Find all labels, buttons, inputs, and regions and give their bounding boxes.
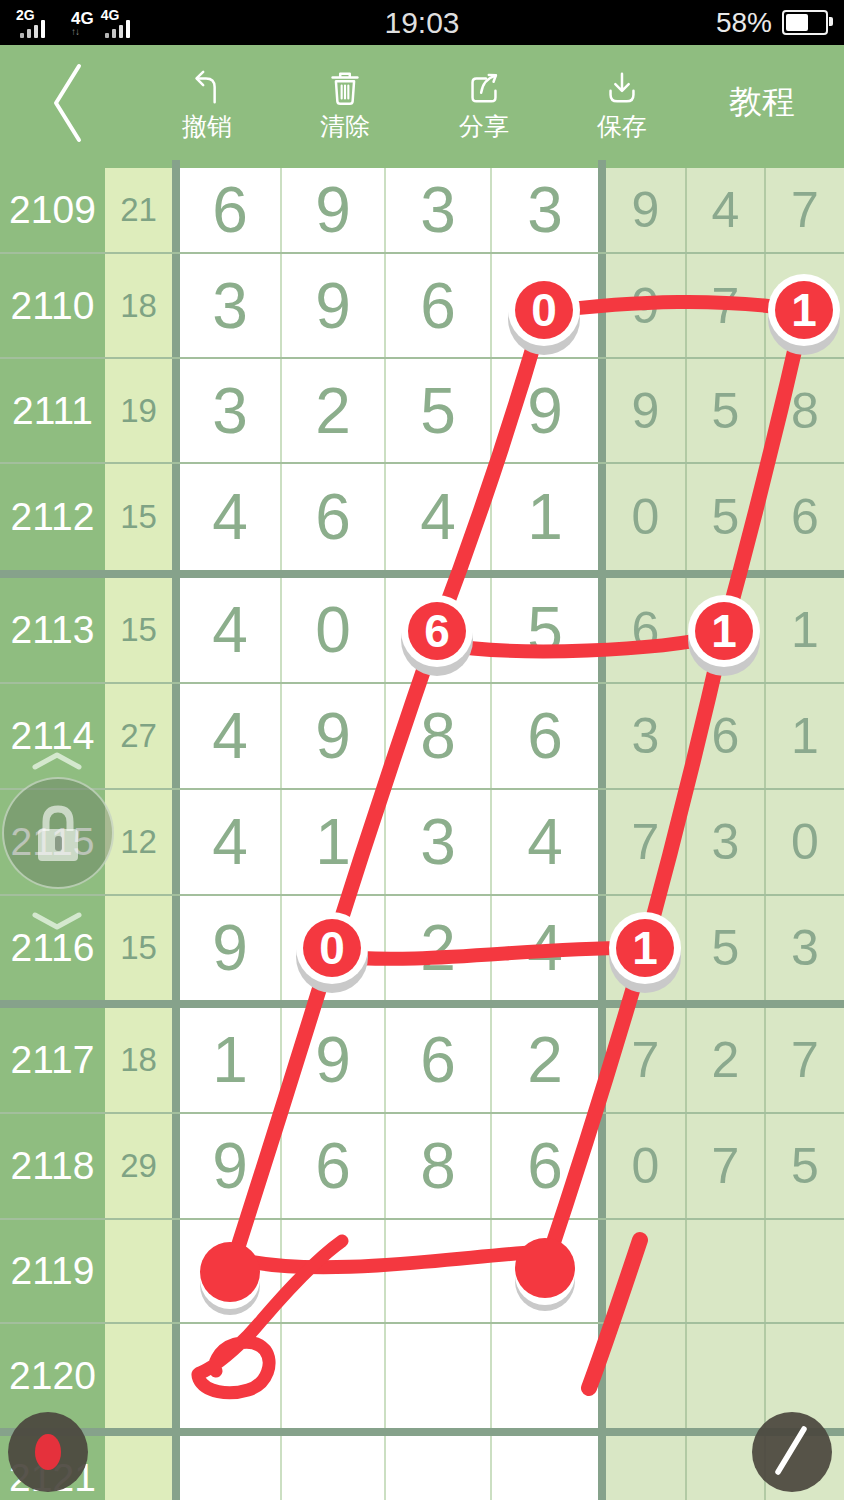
digit-cell[interactable] — [180, 1324, 280, 1428]
period-cell: 2118 — [0, 1114, 105, 1218]
digit-cell[interactable]: 4 — [490, 896, 598, 1000]
tail-digit-cell[interactable]: 9 — [606, 359, 685, 462]
thick-divider — [172, 464, 180, 570]
digit-cell[interactable]: 6 — [384, 1008, 490, 1112]
tail-digit-cell[interactable]: 7 — [685, 1114, 764, 1218]
thick-divider — [172, 1324, 180, 1428]
tail-digit-cell[interactable] — [764, 1220, 844, 1322]
digit-cell[interactable] — [180, 1436, 280, 1500]
tail-digit-cell[interactable]: 3 — [685, 790, 764, 894]
tail-digit-cell[interactable]: 2 — [685, 1008, 764, 1112]
trend-grid: 2109216933947211018396097121111932599582… — [0, 160, 844, 1500]
sum-cell: 15 — [105, 578, 172, 682]
sum-cell: 27 — [105, 684, 172, 788]
thick-divider — [172, 896, 180, 1000]
digit-cell[interactable] — [280, 1220, 384, 1322]
period-cell: 2119 — [0, 1220, 105, 1322]
digit-cell[interactable]: 6 — [280, 464, 384, 570]
tail-digit-cell[interactable]: 3 — [606, 684, 685, 788]
digit-cell[interactable]: 6 — [180, 168, 280, 252]
digit-cell[interactable]: 3 — [180, 359, 280, 462]
digit-cell[interactable]: 3 — [384, 168, 490, 252]
digit-cell[interactable]: 1 — [280, 790, 384, 894]
tail-digit-cell[interactable]: 9 — [606, 254, 685, 357]
tail-digit-cell[interactable]: 7 — [606, 790, 685, 894]
digit-cell[interactable]: 9 — [280, 168, 384, 252]
status-bar: 2G 4G ↑↓ 4G 19:03 58% — [0, 0, 844, 45]
tail-digit-cell[interactable] — [606, 1324, 685, 1428]
digit-cell[interactable] — [280, 1436, 384, 1500]
digit-cell[interactable]: 0 — [280, 578, 384, 682]
digit-cell[interactable]: 9 — [280, 254, 384, 357]
tail-digit-cell[interactable]: 6 — [764, 464, 844, 570]
sum-cell — [105, 1324, 172, 1428]
battery-icon — [782, 10, 828, 35]
period-cell: 2117 — [0, 1008, 105, 1112]
digit-cell[interactable] — [490, 1220, 598, 1322]
row-2114: 2114274986361 — [0, 684, 844, 790]
thick-divider — [598, 1220, 606, 1322]
digit-cell[interactable] — [384, 1324, 490, 1428]
period-cell: 2109 — [0, 168, 105, 252]
sum-cell: 15 — [105, 896, 172, 1000]
tail-digit-cell[interactable]: 1 — [764, 684, 844, 788]
digit-cell[interactable]: 6 — [280, 1114, 384, 1218]
tail-digit-cell[interactable]: 5 — [764, 1114, 844, 1218]
thick-divider — [172, 684, 180, 788]
row-2117: 2117181962727 — [0, 1008, 844, 1114]
thick-divider — [172, 578, 180, 682]
thick-divider — [598, 684, 606, 788]
clear-label: 清除 — [320, 114, 370, 139]
share-button[interactable]: 分享 — [459, 45, 509, 160]
period-cell: 2110 — [0, 254, 105, 357]
row-2109: 2109216933947 — [0, 168, 844, 254]
thick-divider — [172, 1436, 180, 1500]
tail-digit-cell[interactable]: 0 — [764, 790, 844, 894]
digit-cell[interactable]: 9 — [280, 684, 384, 788]
chevron-up-icon[interactable] — [29, 750, 85, 772]
digit-cell[interactable]: 3 — [180, 254, 280, 357]
download-icon — [601, 67, 643, 109]
digit-cell[interactable]: 2 — [490, 1008, 598, 1112]
tail-digit-cell[interactable]: 7 — [764, 1008, 844, 1112]
tail-digit-cell[interactable]: 7 — [764, 168, 844, 252]
save-label: 保存 — [597, 114, 647, 139]
clear-button[interactable]: 清除 — [320, 45, 370, 160]
thick-divider — [172, 168, 180, 252]
digit-cell[interactable]: 8 — [384, 1114, 490, 1218]
tail-digit-cell[interactable]: 1 — [606, 896, 685, 1000]
group-divider — [0, 1428, 844, 1436]
thick-divider — [598, 790, 606, 894]
tail-digit-cell[interactable]: 5 — [685, 896, 764, 1000]
pen-button[interactable] — [752, 1412, 832, 1492]
group-divider — [0, 1000, 844, 1008]
digit-cell[interactable]: 3 — [490, 168, 598, 252]
tail-digit-cell[interactable]: 0 — [606, 464, 685, 570]
period-cell: 2112 — [0, 464, 105, 570]
digit-cell[interactable]: 6 — [490, 684, 598, 788]
period-cell: 2113 — [0, 578, 105, 682]
toolbar: 撤销 清除 分享 保存 教程 — [0, 45, 844, 160]
tail-digit-cell[interactable]: 1 — [764, 578, 844, 682]
pen-icon — [752, 1412, 832, 1492]
undo-label: 撤销 — [182, 114, 232, 139]
digit-cell[interactable]: 4 — [180, 464, 280, 570]
thick-divider — [172, 790, 180, 894]
sum-cell: 21 — [105, 168, 172, 252]
share-label: 分享 — [459, 114, 509, 139]
digit-cell[interactable]: 9 — [180, 896, 280, 1000]
digit-cell[interactable]: 2 — [280, 359, 384, 462]
thick-divider — [172, 1114, 180, 1218]
digit-cell[interactable] — [490, 1436, 598, 1500]
row-2112: 2112154641056 — [0, 464, 844, 570]
digit-cell[interactable]: 4 — [384, 464, 490, 570]
digit-cell[interactable]: 8 — [384, 684, 490, 788]
row-2119: 2119 — [0, 1220, 844, 1324]
tail-digit-cell[interactable]: 7 — [685, 254, 764, 357]
thick-divider — [172, 359, 180, 462]
digit-cell[interactable]: 9 — [490, 359, 598, 462]
digit-cell[interactable]: 2 — [384, 896, 490, 1000]
sum-cell: 19 — [105, 359, 172, 462]
table-top-band — [0, 160, 844, 168]
sum-cell: 12 — [105, 790, 172, 894]
row-2120: 2120 — [0, 1324, 844, 1428]
digit-cell[interactable] — [490, 1324, 598, 1428]
thick-divider — [172, 1220, 180, 1322]
tail-digit-cell[interactable]: 4 — [685, 168, 764, 252]
thick-divider — [598, 254, 606, 357]
digit-cell[interactable]: 1 — [490, 464, 598, 570]
trash-icon — [324, 67, 366, 109]
clock: 19:03 — [0, 6, 844, 40]
record-dot-icon — [35, 1434, 61, 1470]
thick-divider — [598, 1324, 606, 1428]
undo-icon — [186, 67, 228, 109]
row-2113: 2113154065611 — [0, 578, 844, 684]
digit-cell[interactable]: 4 — [490, 790, 598, 894]
digit-cell[interactable] — [384, 1436, 490, 1500]
digit-cell[interactable]: 9 — [180, 1114, 280, 1218]
thick-divider — [598, 1436, 606, 1500]
tail-digit-cell[interactable]: 1 — [685, 578, 764, 682]
sum-cell: 29 — [105, 1114, 172, 1218]
tail-digit-cell[interactable]: 9 — [606, 168, 685, 252]
row-2121: 2121 — [0, 1436, 844, 1500]
row-2110: 2110183960971 — [0, 254, 844, 359]
tail-digit-cell[interactable]: 1 — [764, 254, 844, 357]
undo-button[interactable]: 撤销 — [182, 45, 232, 160]
tail-digit-cell[interactable]: 8 — [764, 359, 844, 462]
sum-cell — [105, 1220, 172, 1322]
sum-cell: 15 — [105, 464, 172, 570]
period-cell: 2114 — [0, 684, 105, 788]
group-divider — [0, 570, 844, 578]
record-button[interactable] — [8, 1412, 88, 1492]
period-cell: 2111 — [0, 359, 105, 462]
digit-cell[interactable]: 0 — [490, 254, 598, 357]
digit-cell[interactable] — [280, 1324, 384, 1428]
thick-divider — [598, 359, 606, 462]
digit-cell[interactable]: 4 — [180, 578, 280, 682]
back-button[interactable] — [38, 45, 98, 160]
digit-cell[interactable]: 0 — [280, 896, 384, 1000]
sum-cell: 18 — [105, 1008, 172, 1112]
row-2111: 2111193259958 — [0, 359, 844, 464]
chevron-down-icon[interactable] — [29, 910, 85, 932]
sum-cell — [105, 1436, 172, 1500]
digit-cell[interactable] — [180, 1220, 280, 1322]
lock-toggle[interactable] — [2, 777, 114, 889]
tail-digit-cell[interactable]: 0 — [606, 1114, 685, 1218]
thick-divider — [598, 1114, 606, 1218]
thick-divider — [172, 254, 180, 357]
sum-cell: 18 — [105, 254, 172, 357]
tail-digit-cell[interactable]: 7 — [606, 1008, 685, 1112]
tail-digit-cell[interactable] — [685, 1220, 764, 1322]
thick-divider — [598, 578, 606, 682]
thick-divider — [598, 464, 606, 570]
chevron-left-icon — [46, 58, 90, 148]
thick-divider — [598, 896, 606, 1000]
digit-cell[interactable]: 5 — [384, 359, 490, 462]
row-2115: 2115124134730 — [0, 790, 844, 896]
tail-digit-cell[interactable] — [606, 1436, 685, 1500]
digit-cell[interactable]: 5 — [490, 578, 598, 682]
thick-divider — [598, 1008, 606, 1112]
tail-digit-cell[interactable] — [606, 1220, 685, 1322]
digit-cell[interactable]: 6 — [490, 1114, 598, 1218]
thick-divider — [172, 1008, 180, 1112]
digit-cell[interactable]: 4 — [180, 684, 280, 788]
share-icon — [463, 67, 505, 109]
digit-cell[interactable]: 6 — [384, 254, 490, 357]
digit-cell[interactable]: 3 — [384, 790, 490, 894]
row-2116: 2116159024153 — [0, 896, 844, 1000]
digit-cell[interactable]: 9 — [280, 1008, 384, 1112]
lock-icon — [24, 799, 92, 867]
save-button[interactable]: 保存 — [597, 45, 647, 160]
tail-digit-cell[interactable]: 3 — [764, 896, 844, 1000]
tail-digit-cell[interactable]: 5 — [685, 464, 764, 570]
tutorial-button[interactable]: 教程 — [729, 45, 795, 160]
digit-cell[interactable]: 1 — [180, 1008, 280, 1112]
digit-cell[interactable]: 4 — [180, 790, 280, 894]
digit-cell[interactable] — [384, 1220, 490, 1322]
tail-digit-cell[interactable]: 5 — [685, 359, 764, 462]
thick-divider — [598, 168, 606, 252]
tail-digit-cell[interactable]: 6 — [606, 578, 685, 682]
row-2118: 2118299686075 — [0, 1114, 844, 1220]
tail-digit-cell[interactable]: 6 — [685, 684, 764, 788]
digit-cell[interactable]: 6 — [384, 578, 490, 682]
